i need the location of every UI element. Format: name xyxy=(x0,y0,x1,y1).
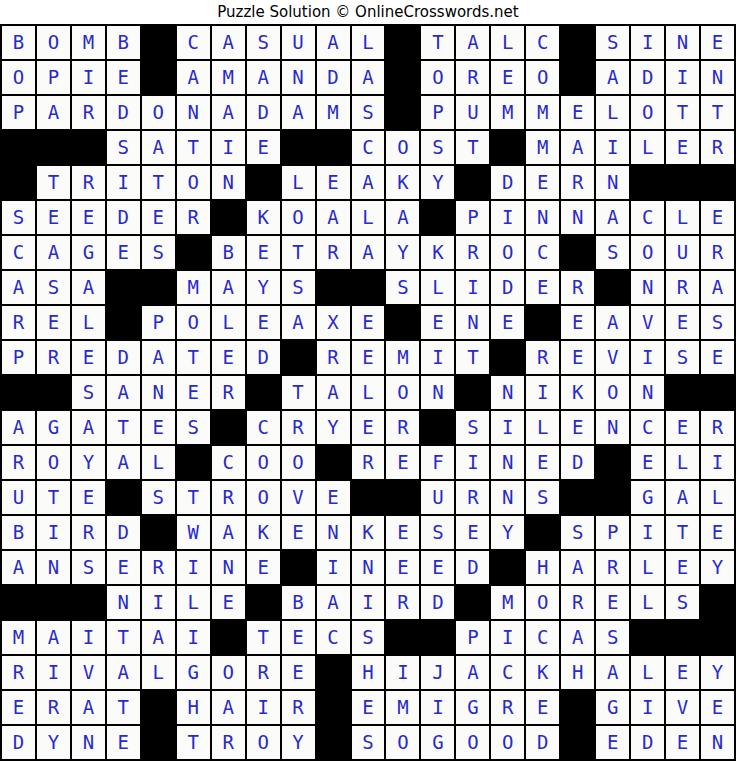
letter-cell-r9c1: R xyxy=(1,305,36,340)
letter-cell-r2c18: A xyxy=(595,60,630,95)
letter-cell-r4c19: L xyxy=(630,130,665,165)
letter-cell-r13c2: O xyxy=(36,445,71,480)
letter-cell-r2c16: O xyxy=(525,60,560,95)
letter-cell-r15c6: W xyxy=(176,515,211,550)
letter-cell-r3c16: M xyxy=(525,95,560,130)
letter-cell-r20c2: R xyxy=(36,690,71,725)
letter-cell-r21c14: O xyxy=(455,725,490,760)
block-cell-r9c16 xyxy=(525,305,560,340)
letter-cell-r2c13: O xyxy=(420,60,455,95)
letter-cell-r18c6: I xyxy=(176,620,211,655)
puzzle-solution-page: Puzzle Solution © OnlineCrosswords.net B… xyxy=(0,0,736,761)
letter-cell-r14c14: R xyxy=(455,480,490,515)
letter-cell-r8c3: A xyxy=(71,270,106,305)
letter-cell-r7c4: E xyxy=(106,235,141,270)
letter-cell-r19c8: R xyxy=(246,655,281,690)
letter-cell-r15c15: Y xyxy=(490,515,525,550)
letter-cell-r6c20: L xyxy=(665,200,700,235)
block-cell-r5c8 xyxy=(246,165,281,200)
letter-cell-r21c12: O xyxy=(385,725,420,760)
block-cell-r17c21 xyxy=(700,585,735,620)
block-cell-r11c20 xyxy=(665,375,700,410)
letter-cell-r13c4: A xyxy=(106,445,141,480)
block-cell-r7c6 xyxy=(176,235,211,270)
letter-cell-r16c3: S xyxy=(71,550,106,585)
block-cell-r4c1 xyxy=(1,130,36,165)
letter-cell-r5c7: N xyxy=(211,165,246,200)
letter-cell-r4c16: M xyxy=(525,130,560,165)
letter-cell-r2c4: E xyxy=(106,60,141,95)
letter-cell-r1c20: N xyxy=(665,25,700,60)
letter-cell-r16c17: A xyxy=(560,550,595,585)
letter-cell-r21c13: G xyxy=(420,725,455,760)
letter-cell-r11c13: N xyxy=(420,375,455,410)
block-cell-r1c17 xyxy=(560,25,595,60)
letter-cell-r10c4: D xyxy=(106,340,141,375)
letter-cell-r9c19: V xyxy=(630,305,665,340)
letter-cell-r20c12: M xyxy=(385,690,420,725)
letter-cell-r7c18: S xyxy=(595,235,630,270)
letter-cell-r19c17: H xyxy=(560,655,595,690)
block-cell-r14c18 xyxy=(595,480,630,515)
letter-cell-r7c13: K xyxy=(420,235,455,270)
letter-cell-r21c6: T xyxy=(176,725,211,760)
letter-cell-r15c13: S xyxy=(420,515,455,550)
letter-cell-r16c11: N xyxy=(351,550,386,585)
letter-cell-r20c4: T xyxy=(106,690,141,725)
letter-cell-r12c12: R xyxy=(385,410,420,445)
letter-cell-r7c15: O xyxy=(490,235,525,270)
letter-cell-r3c20: T xyxy=(665,95,700,130)
letter-cell-r9c20: E xyxy=(665,305,700,340)
letter-cell-r11c19: N xyxy=(630,375,665,410)
block-cell-r15c16 xyxy=(525,515,560,550)
letter-cell-r13c8: O xyxy=(246,445,281,480)
letter-cell-r6c9: O xyxy=(281,200,316,235)
letter-cell-r13c15: N xyxy=(490,445,525,480)
letter-cell-r3c19: O xyxy=(630,95,665,130)
letter-cell-r8c17: R xyxy=(560,270,595,305)
letter-cell-r21c19: D xyxy=(630,725,665,760)
letter-cell-r7c12: Y xyxy=(385,235,420,270)
letter-cell-r8c1: A xyxy=(1,270,36,305)
letter-cell-r6c6: R xyxy=(176,200,211,235)
letter-cell-r19c9: E xyxy=(281,655,316,690)
letter-cell-r6c11: L xyxy=(351,200,386,235)
letter-cell-r17c6: L xyxy=(176,585,211,620)
block-cell-r2c5 xyxy=(141,60,176,95)
letter-cell-r20c7: A xyxy=(211,690,246,725)
letter-cell-r15c20: T xyxy=(665,515,700,550)
letter-cell-r10c20: S xyxy=(665,340,700,375)
letter-cell-r5c12: K xyxy=(385,165,420,200)
letter-cell-r13c7: C xyxy=(211,445,246,480)
block-cell-r14c11 xyxy=(351,480,386,515)
letter-cell-r3c17: E xyxy=(560,95,595,130)
letter-cell-r7c20: U xyxy=(665,235,700,270)
letter-cell-r10c2: R xyxy=(36,340,71,375)
letter-cell-r4c7: I xyxy=(211,130,246,165)
letter-cell-r6c16: N xyxy=(525,200,560,235)
letter-cell-r14c13: U xyxy=(420,480,455,515)
letter-cell-r10c13: I xyxy=(420,340,455,375)
letter-cell-r16c12: E xyxy=(385,550,420,585)
letter-cell-r7c1: C xyxy=(1,235,36,270)
letter-cell-r10c10: R xyxy=(316,340,351,375)
letter-cell-r12c21: R xyxy=(700,410,735,445)
letter-cell-r5c2: T xyxy=(36,165,71,200)
letter-cell-r10c21: E xyxy=(700,340,735,375)
letter-cell-r14c21: L xyxy=(700,480,735,515)
block-cell-r17c1 xyxy=(1,585,36,620)
letter-cell-r16c6: I xyxy=(176,550,211,585)
letter-cell-r21c16: D xyxy=(525,725,560,760)
letter-cell-r11c3: S xyxy=(71,375,106,410)
letter-cell-r8c6: M xyxy=(176,270,211,305)
block-cell-r17c14 xyxy=(455,585,490,620)
letter-cell-r5c10: E xyxy=(316,165,351,200)
block-cell-r18c21 xyxy=(700,620,735,655)
letter-cell-r7c9: T xyxy=(281,235,316,270)
letter-cell-r2c20: I xyxy=(665,60,700,95)
letter-cell-r19c11: H xyxy=(351,655,386,690)
block-cell-r5c20 xyxy=(665,165,700,200)
letter-cell-r12c1: A xyxy=(1,410,36,445)
block-cell-r8c10 xyxy=(316,270,351,305)
letter-cell-r15c7: A xyxy=(211,515,246,550)
letter-cell-r21c3: N xyxy=(71,725,106,760)
letter-cell-r1c2: O xyxy=(36,25,71,60)
letter-cell-r14c3: E xyxy=(71,480,106,515)
letter-cell-r1c8: S xyxy=(246,25,281,60)
block-cell-r9c4 xyxy=(106,305,141,340)
block-cell-r8c5 xyxy=(141,270,176,305)
letter-cell-r18c18: S xyxy=(595,620,630,655)
letter-cell-r1c15: L xyxy=(490,25,525,60)
letter-cell-r14c2: T xyxy=(36,480,71,515)
letter-cell-r18c2: A xyxy=(36,620,71,655)
letter-cell-r12c10: Y xyxy=(316,410,351,445)
letter-cell-r9c17: E xyxy=(560,305,595,340)
letter-cell-r21c9: Y xyxy=(281,725,316,760)
block-cell-r3c12 xyxy=(385,95,420,130)
letter-cell-r9c5: P xyxy=(141,305,176,340)
letter-cell-r9c21: S xyxy=(700,305,735,340)
letter-cell-r14c6: T xyxy=(176,480,211,515)
letter-cell-r18c15: I xyxy=(490,620,525,655)
block-cell-r13c18 xyxy=(595,445,630,480)
letter-cell-r3c18: L xyxy=(595,95,630,130)
letter-cell-r11c16: I xyxy=(525,375,560,410)
block-cell-r17c2 xyxy=(36,585,71,620)
letter-cell-r20c6: H xyxy=(176,690,211,725)
letter-cell-r16c1: A xyxy=(1,550,36,585)
letter-cell-r17c5: I xyxy=(141,585,176,620)
letter-cell-r9c15: E xyxy=(490,305,525,340)
letter-cell-r1c14: A xyxy=(455,25,490,60)
block-cell-r14c12 xyxy=(385,480,420,515)
block-cell-r11c2 xyxy=(36,375,71,410)
letter-cell-r19c21: Y xyxy=(700,655,735,690)
letter-cell-r2c11: A xyxy=(351,60,386,95)
block-cell-r4c10 xyxy=(316,130,351,165)
letter-cell-r19c7: O xyxy=(211,655,246,690)
block-cell-r21c10 xyxy=(316,725,351,760)
letter-cell-r17c17: R xyxy=(560,585,595,620)
letter-cell-r17c20: S xyxy=(665,585,700,620)
letter-cell-r10c1: P xyxy=(1,340,36,375)
letter-cell-r5c15: D xyxy=(490,165,525,200)
letter-cell-r10c6: T xyxy=(176,340,211,375)
letter-cell-r13c19: E xyxy=(630,445,665,480)
letter-cell-r7c8: E xyxy=(246,235,281,270)
block-cell-r17c8 xyxy=(246,585,281,620)
block-cell-r11c21 xyxy=(700,375,735,410)
letter-cell-r7c10: R xyxy=(316,235,351,270)
letter-cell-r13c9: O xyxy=(281,445,316,480)
block-cell-r4c3 xyxy=(71,130,106,165)
letter-cell-r19c3: V xyxy=(71,655,106,690)
letter-cell-r4c12: O xyxy=(385,130,420,165)
letter-cell-r12c5: E xyxy=(141,410,176,445)
letter-cell-r6c2: E xyxy=(36,200,71,235)
letter-cell-r15c1: B xyxy=(1,515,36,550)
letter-cell-r6c17: N xyxy=(560,200,595,235)
block-cell-r8c18 xyxy=(595,270,630,305)
letter-cell-r20c14: G xyxy=(455,690,490,725)
letter-cell-r19c19: L xyxy=(630,655,665,690)
letter-cell-r7c14: R xyxy=(455,235,490,270)
letter-cell-r9c14: N xyxy=(455,305,490,340)
letter-cell-r18c3: I xyxy=(71,620,106,655)
crossword-grid: BOMBCASUALTALCSINEOPIEAMANDAOREOADINPARD… xyxy=(0,24,736,761)
letter-cell-r3c1: P xyxy=(1,95,36,130)
letter-cell-r12c6: S xyxy=(176,410,211,445)
letter-cell-r18c5: A xyxy=(141,620,176,655)
block-cell-r4c2 xyxy=(36,130,71,165)
letter-cell-r3c6: N xyxy=(176,95,211,130)
block-cell-r18c12 xyxy=(385,620,420,655)
block-cell-r10c9 xyxy=(281,340,316,375)
letter-cell-r20c11: E xyxy=(351,690,386,725)
block-cell-r2c12 xyxy=(385,60,420,95)
block-cell-r8c11 xyxy=(351,270,386,305)
letter-cell-r2c19: D xyxy=(630,60,665,95)
letter-cell-r14c7: R xyxy=(211,480,246,515)
block-cell-r7c17 xyxy=(560,235,595,270)
letter-cell-r15c3: R xyxy=(71,515,106,550)
letter-cell-r17c18: E xyxy=(595,585,630,620)
letter-cell-r6c10: A xyxy=(316,200,351,235)
letter-cell-r9c11: E xyxy=(351,305,386,340)
letter-cell-r1c16: C xyxy=(525,25,560,60)
letter-cell-r21c21: N xyxy=(700,725,735,760)
letter-cell-r17c10: A xyxy=(316,585,351,620)
block-cell-r1c12 xyxy=(385,25,420,60)
letter-cell-r10c12: M xyxy=(385,340,420,375)
letter-cell-r21c1: D xyxy=(1,725,36,760)
letter-cell-r3c8: D xyxy=(246,95,281,130)
letter-cell-r13c13: F xyxy=(420,445,455,480)
block-cell-r2c17 xyxy=(560,60,595,95)
block-cell-r21c17 xyxy=(560,725,595,760)
letter-cell-r20c13: I xyxy=(420,690,455,725)
letter-cell-r1c19: I xyxy=(630,25,665,60)
block-cell-r16c9 xyxy=(281,550,316,585)
letter-cell-r16c8: E xyxy=(246,550,281,585)
letter-cell-r19c15: C xyxy=(490,655,525,690)
letter-cell-r3c21: T xyxy=(700,95,735,130)
letter-cell-r12c17: E xyxy=(560,410,595,445)
letter-cell-r17c12: R xyxy=(385,585,420,620)
letter-cell-r2c6: A xyxy=(176,60,211,95)
letter-cell-r21c4: E xyxy=(106,725,141,760)
letter-cell-r14c1: U xyxy=(1,480,36,515)
block-cell-r13c6 xyxy=(176,445,211,480)
letter-cell-r10c11: E xyxy=(351,340,386,375)
letter-cell-r13c14: I xyxy=(455,445,490,480)
letter-cell-r3c7: A xyxy=(211,95,246,130)
letter-cell-r4c17: A xyxy=(560,130,595,165)
letter-cell-r9c9: A xyxy=(281,305,316,340)
letter-cell-r19c2: I xyxy=(36,655,71,690)
letter-cell-r5c11: A xyxy=(351,165,386,200)
letter-cell-r7c11: A xyxy=(351,235,386,270)
letter-cell-r3c3: R xyxy=(71,95,106,130)
letter-cell-r13c20: L xyxy=(665,445,700,480)
letter-cell-r6c18: A xyxy=(595,200,630,235)
letter-cell-r3c11: S xyxy=(351,95,386,130)
letter-cell-r7c16: C xyxy=(525,235,560,270)
letter-cell-r3c13: P xyxy=(420,95,455,130)
letter-cell-r6c4: D xyxy=(106,200,141,235)
letter-cell-r1c13: T xyxy=(420,25,455,60)
letter-cell-r6c1: S xyxy=(1,200,36,235)
letter-cell-r10c8: D xyxy=(246,340,281,375)
letter-cell-r17c13: D xyxy=(420,585,455,620)
block-cell-r18c20 xyxy=(665,620,700,655)
letter-cell-r4c11: C xyxy=(351,130,386,165)
letter-cell-r20c18: G xyxy=(595,690,630,725)
letter-cell-r4c8: E xyxy=(246,130,281,165)
letter-cell-r7c3: G xyxy=(71,235,106,270)
block-cell-r21c5 xyxy=(141,725,176,760)
letter-cell-r2c2: P xyxy=(36,60,71,95)
block-cell-r5c21 xyxy=(700,165,735,200)
letter-cell-r18c9: E xyxy=(281,620,316,655)
letter-cell-r4c20: E xyxy=(665,130,700,165)
letter-cell-r17c11: I xyxy=(351,585,386,620)
letter-cell-r16c5: R xyxy=(141,550,176,585)
letter-cell-r5c17: R xyxy=(560,165,595,200)
letter-cell-r13c11: R xyxy=(351,445,386,480)
letter-cell-r6c12: A xyxy=(385,200,420,235)
letter-cell-r13c1: R xyxy=(1,445,36,480)
letter-cell-r15c4: D xyxy=(106,515,141,550)
letter-cell-r12c4: T xyxy=(106,410,141,445)
letter-cell-r12c15: I xyxy=(490,410,525,445)
letter-cell-r8c19: N xyxy=(630,270,665,305)
letter-cell-r4c18: I xyxy=(595,130,630,165)
letter-cell-r15c9: E xyxy=(281,515,316,550)
block-cell-r10c15 xyxy=(490,340,525,375)
letter-cell-r3c5: O xyxy=(141,95,176,130)
letter-cell-r11c6: E xyxy=(176,375,211,410)
block-cell-r5c19 xyxy=(630,165,665,200)
letter-cell-r15c10: N xyxy=(316,515,351,550)
block-cell-r17c3 xyxy=(71,585,106,620)
letter-cell-r12c20: E xyxy=(665,410,700,445)
letter-cell-r3c10: M xyxy=(316,95,351,130)
block-cell-r1c5 xyxy=(141,25,176,60)
letter-cell-r4c14: T xyxy=(455,130,490,165)
letter-cell-r3c9: A xyxy=(281,95,316,130)
letter-cell-r2c7: M xyxy=(211,60,246,95)
letter-cell-r8c13: L xyxy=(420,270,455,305)
letter-cell-r9c13: E xyxy=(420,305,455,340)
block-cell-r6c13 xyxy=(420,200,455,235)
block-cell-r6c7 xyxy=(211,200,246,235)
letter-cell-r8c8: Y xyxy=(246,270,281,305)
letter-cell-r15c12: E xyxy=(385,515,420,550)
letter-cell-r5c6: O xyxy=(176,165,211,200)
block-cell-r15c5 xyxy=(141,515,176,550)
letter-cell-r10c18: V xyxy=(595,340,630,375)
letter-cell-r19c5: L xyxy=(141,655,176,690)
letter-cell-r7c5: S xyxy=(141,235,176,270)
letter-cell-r18c17: A xyxy=(560,620,595,655)
letter-cell-r7c2: A xyxy=(36,235,71,270)
letter-cell-r16c20: E xyxy=(665,550,700,585)
letter-cell-r12c16: L xyxy=(525,410,560,445)
letter-cell-r15c19: I xyxy=(630,515,665,550)
letter-cell-r15c8: K xyxy=(246,515,281,550)
letter-cell-r21c7: R xyxy=(211,725,246,760)
letter-cell-r20c15: R xyxy=(490,690,525,725)
letter-cell-r8c2: S xyxy=(36,270,71,305)
letter-cell-r5c18: N xyxy=(595,165,630,200)
letter-cell-r12c18: N xyxy=(595,410,630,445)
letter-cell-r9c18: A xyxy=(595,305,630,340)
letter-cell-r15c18: P xyxy=(595,515,630,550)
letter-cell-r16c2: N xyxy=(36,550,71,585)
letter-cell-r18c8: T xyxy=(246,620,281,655)
block-cell-r14c17 xyxy=(560,480,595,515)
letter-cell-r19c1: R xyxy=(1,655,36,690)
letter-cell-r2c9: N xyxy=(281,60,316,95)
letter-cell-r8c12: S xyxy=(385,270,420,305)
letter-cell-r19c18: A xyxy=(595,655,630,690)
letter-cell-r14c8: O xyxy=(246,480,281,515)
letter-cell-r12c11: E xyxy=(351,410,386,445)
letter-cell-r6c21: E xyxy=(700,200,735,235)
letter-cell-r17c7: E xyxy=(211,585,246,620)
letter-cell-r2c10: D xyxy=(316,60,351,95)
letter-cell-r3c2: A xyxy=(36,95,71,130)
letter-cell-r6c3: E xyxy=(71,200,106,235)
letter-cell-r12c9: R xyxy=(281,410,316,445)
letter-cell-r10c7: E xyxy=(211,340,246,375)
block-cell-r4c9 xyxy=(281,130,316,165)
letter-cell-r20c20: V xyxy=(665,690,700,725)
block-cell-r18c13 xyxy=(420,620,455,655)
letter-cell-r8c21: A xyxy=(700,270,735,305)
letter-cell-r11c5: N xyxy=(141,375,176,410)
letter-cell-r7c21: R xyxy=(700,235,735,270)
block-cell-r20c10 xyxy=(316,690,351,725)
letter-cell-r10c5: A xyxy=(141,340,176,375)
letter-cell-r1c11: L xyxy=(351,25,386,60)
